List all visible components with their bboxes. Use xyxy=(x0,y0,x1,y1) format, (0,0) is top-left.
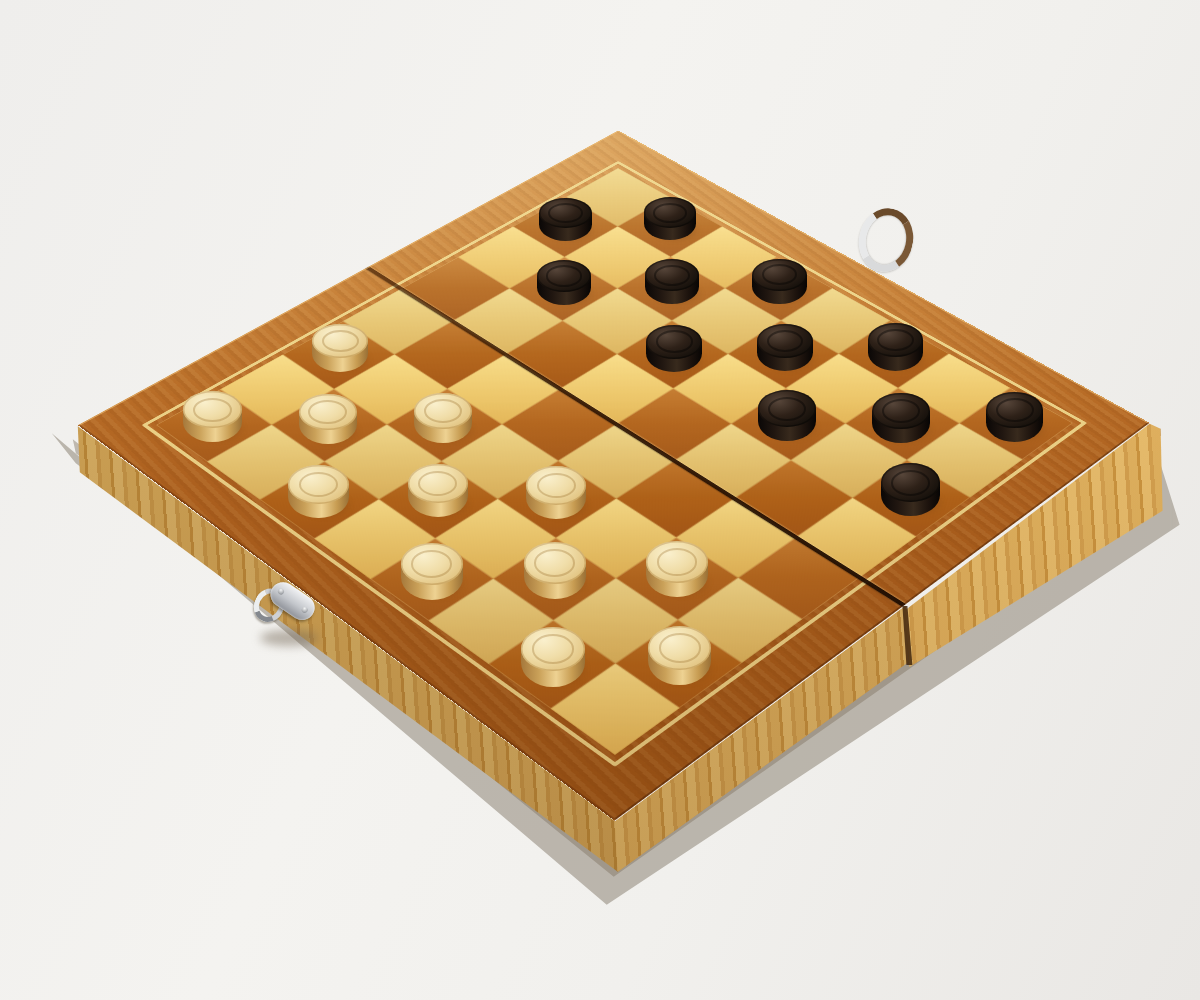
piece-top-face xyxy=(881,463,940,502)
checker-piece-dark[interactable] xyxy=(537,260,591,305)
piece-layer xyxy=(0,0,1200,1000)
piece-top-face xyxy=(539,198,592,228)
checker-piece-dark[interactable] xyxy=(539,198,592,241)
checker-piece-light[interactable] xyxy=(408,464,468,517)
checker-piece-light[interactable] xyxy=(526,466,586,519)
piece-top-face xyxy=(646,325,702,359)
piece-top-face xyxy=(648,626,712,670)
checker-piece-dark[interactable] xyxy=(645,259,699,304)
piece-top-face xyxy=(401,543,463,585)
piece-top-face xyxy=(183,391,242,428)
piece-top-face xyxy=(526,466,586,505)
piece-groove-ring xyxy=(424,399,462,423)
piece-top-face xyxy=(299,394,357,430)
piece-top-face xyxy=(752,259,806,291)
checker-piece-light[interactable] xyxy=(524,542,586,598)
checker-piece-dark[interactable] xyxy=(986,392,1044,442)
scene xyxy=(0,0,1200,1000)
piece-groove-ring xyxy=(411,550,452,577)
piece-groove-ring xyxy=(656,330,693,353)
piece-top-face xyxy=(312,324,368,358)
piece-groove-ring xyxy=(418,471,458,497)
piece-groove-ring xyxy=(654,265,690,286)
checker-piece-light[interactable] xyxy=(521,627,585,687)
checker-piece-light[interactable] xyxy=(312,324,368,372)
checker-piece-light[interactable] xyxy=(299,394,357,444)
piece-groove-ring xyxy=(532,634,574,663)
checker-piece-dark[interactable] xyxy=(868,323,924,370)
piece-top-face xyxy=(414,393,472,429)
piece-top-face xyxy=(644,197,697,227)
checker-piece-light[interactable] xyxy=(648,626,712,686)
checker-piece-light[interactable] xyxy=(183,391,242,442)
piece-groove-ring xyxy=(659,633,701,662)
piece-groove-ring xyxy=(546,265,582,286)
piece-groove-ring xyxy=(891,470,930,496)
piece-groove-ring xyxy=(548,203,583,223)
piece-top-face xyxy=(524,542,586,584)
piece-top-face xyxy=(408,464,468,503)
checker-piece-dark[interactable] xyxy=(757,324,813,371)
piece-groove-ring xyxy=(657,548,698,575)
checker-piece-dark[interactable] xyxy=(758,390,816,440)
piece-top-face xyxy=(758,390,816,426)
piece-groove-ring xyxy=(762,264,798,285)
piece-top-face xyxy=(288,465,348,504)
checker-piece-light[interactable] xyxy=(401,543,463,599)
piece-groove-ring xyxy=(768,397,806,421)
piece-groove-ring xyxy=(882,399,920,423)
piece-groove-ring xyxy=(653,203,688,223)
piece-top-face xyxy=(521,627,585,672)
piece-top-face xyxy=(757,324,813,358)
piece-groove-ring xyxy=(534,549,575,576)
piece-top-face xyxy=(872,393,930,429)
piece-groove-ring xyxy=(193,398,232,422)
checker-piece-light[interactable] xyxy=(288,465,348,518)
checker-piece-dark[interactable] xyxy=(646,325,702,373)
piece-groove-ring xyxy=(322,330,359,353)
piece-groove-ring xyxy=(767,330,804,353)
checker-piece-light[interactable] xyxy=(646,541,708,597)
checker-piece-dark[interactable] xyxy=(872,393,930,443)
checker-piece-light[interactable] xyxy=(414,393,472,443)
checker-piece-dark[interactable] xyxy=(644,197,697,240)
piece-groove-ring xyxy=(537,473,576,499)
checker-piece-dark[interactable] xyxy=(881,463,940,516)
piece-top-face xyxy=(986,392,1044,428)
piece-top-face xyxy=(537,260,591,292)
checker-piece-dark[interactable] xyxy=(752,259,806,304)
piece-groove-ring xyxy=(299,472,339,498)
piece-groove-ring xyxy=(308,400,346,424)
piece-groove-ring xyxy=(996,398,1034,422)
piece-groove-ring xyxy=(877,329,914,351)
piece-top-face xyxy=(646,541,708,582)
